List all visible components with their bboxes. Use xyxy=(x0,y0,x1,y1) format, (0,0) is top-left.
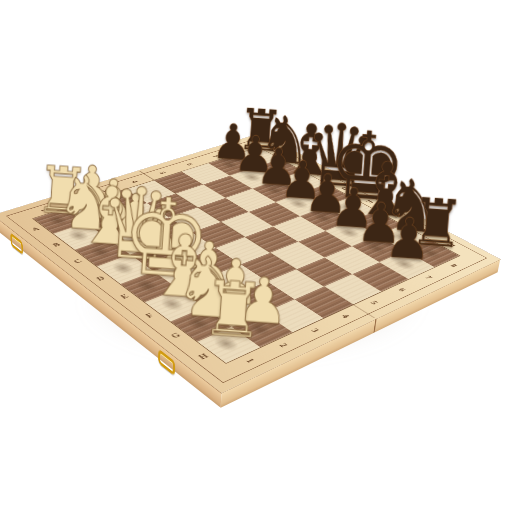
playing-field: ♜♞♝♛♚♝♞♜♟♟♟♟♟♟♟♟♟♟♟♟♟♟♟♟♜♞♝♛♚♝♞♜ xyxy=(32,147,460,364)
piece-black-pawn-h7[interactable]: ♟ xyxy=(383,209,426,268)
viewport: AA88BB77CC66DD55EE44FF33GG22HH11 ♜♞♝♛♚♝♞… xyxy=(0,0,520,520)
chess-board: AA88BB77CC66DD55EE44FF33GG22HH11 ♜♞♝♛♚♝♞… xyxy=(0,133,500,393)
brass-clasp-1 xyxy=(10,232,23,255)
fold-seam-edge-notch xyxy=(373,319,376,333)
piece-white-rook-h1[interactable]: ♜ xyxy=(200,270,250,349)
board-top-surface: AA88BB77CC66DD55EE44FF33GG22HH11 ♜♞♝♛♚♝♞… xyxy=(0,133,500,393)
product-photo-scene: AA88BB77CC66DD55EE44FF33GG22HH11 ♜♞♝♛♚♝♞… xyxy=(0,0,520,520)
